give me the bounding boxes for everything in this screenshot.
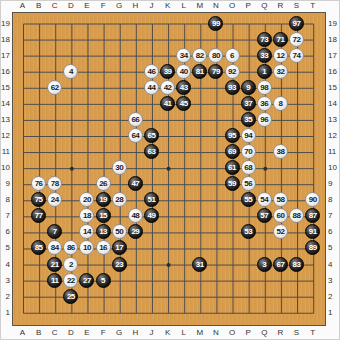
row-label-left: 10 — [1, 163, 10, 172]
column-label-top: R — [272, 1, 288, 10]
stone[interactable]: 39 — [160, 64, 175, 79]
row-label-left: 11 — [1, 147, 10, 156]
stone-move-number: 7 — [53, 227, 57, 236]
column-label-bottom: A — [15, 328, 31, 337]
column-label-bottom: M — [192, 328, 208, 337]
stone-move-number: 31 — [196, 259, 204, 268]
stone[interactable]: 47 — [128, 176, 143, 191]
stone-move-number: 64 — [131, 130, 139, 139]
stone[interactable]: 99 — [208, 16, 223, 31]
row-label-left: 7 — [1, 211, 10, 220]
stone[interactable]: 83 — [289, 257, 304, 272]
stone-move-number: 65 — [148, 130, 156, 139]
row-label-right: 13 — [328, 115, 340, 124]
stone-move-number: 42 — [164, 82, 172, 91]
column-label-bottom: E — [79, 328, 95, 337]
stone[interactable]: 62 — [47, 80, 62, 95]
column-label-top: A — [15, 1, 31, 10]
stone-move-number: 46 — [148, 66, 156, 75]
stone[interactable]: 93 — [225, 80, 240, 95]
stone-move-number: 16 — [99, 243, 107, 252]
stone-move-number: 34 — [180, 50, 188, 59]
column-label-top: C — [47, 1, 63, 10]
stone[interactable]: 82 — [192, 48, 207, 63]
stone[interactable]: 59 — [225, 176, 240, 191]
row-label-right: 1 — [328, 308, 340, 317]
stone[interactable]: 45 — [176, 96, 191, 111]
stone[interactable]: 61 — [225, 160, 240, 175]
stone-move-number: 92 — [228, 66, 236, 75]
column-label-top: O — [224, 1, 240, 10]
row-label-left: 9 — [1, 179, 10, 188]
column-label-top: P — [240, 1, 256, 10]
stone-move-number: 69 — [228, 147, 236, 156]
row-label-right: 3 — [328, 276, 340, 285]
stone[interactable]: 65 — [144, 128, 159, 143]
column-label-bottom: S — [289, 328, 305, 337]
stone-move-number: 87 — [309, 211, 317, 220]
stone-move-number: 51 — [148, 195, 156, 204]
stone[interactable]: 26 — [96, 176, 111, 191]
stone-move-number: 73 — [260, 34, 268, 43]
row-label-right: 2 — [328, 292, 340, 301]
stone-move-number: 32 — [276, 66, 284, 75]
stone-move-number: 97 — [293, 18, 301, 27]
stone-move-number: 76 — [35, 179, 43, 188]
stone-move-number: 20 — [83, 195, 91, 204]
stone-move-number: 4 — [69, 66, 73, 75]
stone-move-number: 2 — [69, 259, 73, 268]
stone-move-number: 23 — [115, 259, 123, 268]
stone-move-number: 25 — [67, 291, 75, 300]
stone[interactable]: 16 — [96, 240, 111, 255]
column-label-bottom: D — [63, 328, 79, 337]
stone[interactable]: 95 — [225, 128, 240, 143]
stone-move-number: 37 — [244, 98, 252, 107]
stone-move-number: 39 — [164, 66, 172, 75]
stone-move-number: 72 — [293, 34, 301, 43]
stone-move-number: 40 — [180, 66, 188, 75]
column-label-bottom: O — [224, 328, 240, 337]
stone[interactable]: 69 — [225, 144, 240, 159]
stone-move-number: 83 — [293, 259, 301, 268]
stone[interactable]: 54 — [257, 192, 272, 207]
stone-move-number: 49 — [148, 211, 156, 220]
stone-move-number: 94 — [244, 130, 252, 139]
stone[interactable]: 36 — [257, 96, 272, 111]
stone-move-number: 98 — [260, 82, 268, 91]
stone[interactable]: 56 — [241, 176, 256, 191]
stone-move-number: 78 — [51, 179, 59, 188]
column-label-bottom: C — [47, 328, 63, 337]
stone[interactable]: 81 — [192, 64, 207, 79]
star-point — [70, 167, 74, 171]
stone-move-number: 93 — [228, 82, 236, 91]
stone-move-number: 27 — [83, 275, 91, 284]
stone[interactable]: 41 — [160, 96, 175, 111]
stone[interactable]: 31 — [192, 257, 207, 272]
row-label-right: 7 — [328, 211, 340, 220]
row-label-left: 4 — [1, 260, 10, 269]
stone[interactable]: 67 — [273, 257, 288, 272]
stone-move-number: 84 — [51, 243, 59, 252]
stone-move-number: 6 — [230, 50, 234, 59]
stone-move-number: 52 — [276, 227, 284, 236]
stone[interactable]: 40 — [176, 64, 191, 79]
stone-move-number: 68 — [244, 163, 252, 172]
stone-move-number: 81 — [196, 66, 204, 75]
stone[interactable]: 80 — [208, 48, 223, 63]
column-label-top: K — [160, 1, 176, 10]
stone-move-number: 47 — [131, 179, 139, 188]
stone-move-number: 43 — [180, 82, 188, 91]
stone-move-number: 10 — [83, 243, 91, 252]
stone[interactable]: 28 — [112, 192, 127, 207]
column-label-top: D — [63, 1, 79, 10]
column-label-top: S — [289, 1, 305, 10]
stone-move-number: 71 — [276, 34, 284, 43]
row-label-right: 5 — [328, 243, 340, 252]
stone-move-number: 59 — [228, 179, 236, 188]
stone-move-number: 70 — [244, 147, 252, 156]
stone-move-number: 35 — [244, 114, 252, 123]
stone-move-number: 62 — [51, 82, 59, 91]
stone-move-number: 13 — [99, 227, 107, 236]
stone[interactable]: 94 — [241, 128, 256, 143]
row-label-right: 8 — [328, 195, 340, 204]
stone[interactable]: 15 — [96, 208, 111, 223]
column-label-bottom: Q — [256, 328, 272, 337]
stone-move-number: 3 — [262, 259, 266, 268]
stone-move-number: 91 — [309, 227, 317, 236]
row-label-left: 5 — [1, 243, 10, 252]
column-label-bottom: R — [272, 328, 288, 337]
stone-move-number: 89 — [309, 243, 317, 252]
row-label-left: 6 — [1, 227, 10, 236]
stone[interactable]: 13 — [96, 224, 111, 239]
stone[interactable]: 6 — [225, 48, 240, 63]
stone[interactable]: 96 — [257, 112, 272, 127]
stone[interactable]: 74 — [289, 48, 304, 63]
row-label-right: 14 — [328, 99, 340, 108]
stone[interactable]: 72 — [289, 32, 304, 47]
stone-move-number: 90 — [309, 195, 317, 204]
row-label-left: 16 — [1, 67, 10, 76]
column-label-top: N — [208, 1, 224, 10]
stone-move-number: 99 — [212, 18, 220, 27]
stone[interactable]: 8 — [273, 96, 288, 111]
stone-move-number: 44 — [148, 82, 156, 91]
row-label-left: 15 — [1, 83, 10, 92]
stone[interactable]: 21 — [47, 257, 62, 272]
stone-move-number: 11 — [51, 275, 58, 284]
stone-move-number: 58 — [276, 195, 284, 204]
stone[interactable]: 19 — [96, 192, 111, 207]
column-label-top: H — [127, 1, 143, 10]
column-label-top: J — [143, 1, 159, 10]
stone-move-number: 63 — [148, 147, 156, 156]
stone[interactable]: 97 — [289, 16, 304, 31]
stone-move-number: 61 — [228, 163, 236, 172]
column-label-bottom: H — [127, 328, 143, 337]
star-point — [167, 263, 171, 267]
stone[interactable]: 37 — [241, 96, 256, 111]
stone-move-number: 79 — [212, 66, 220, 75]
row-label-left: 8 — [1, 195, 10, 204]
stone-move-number: 95 — [228, 130, 236, 139]
star-point — [167, 167, 171, 171]
stone[interactable]: 46 — [144, 64, 159, 79]
stone[interactable]: 98 — [257, 80, 272, 95]
stone-move-number: 17 — [115, 243, 123, 252]
stone-move-number: 21 — [51, 259, 59, 268]
stone[interactable]: 92 — [225, 64, 240, 79]
stone[interactable]: 30 — [112, 160, 127, 175]
go-diagram: AABBCCDDEEFFGGHHJJKKLLMMNNOOPPQQRRSSTT19… — [0, 0, 340, 340]
stone-move-number: 29 — [131, 227, 139, 236]
stone[interactable]: 32 — [273, 64, 288, 79]
stone[interactable]: 42 — [160, 80, 175, 95]
stone-move-number: 75 — [35, 195, 43, 204]
column-label-top: F — [95, 1, 111, 10]
column-label-bottom: K — [160, 328, 176, 337]
row-label-left: 18 — [1, 35, 10, 44]
column-label-bottom: F — [95, 328, 111, 337]
row-label-right: 4 — [328, 260, 340, 269]
stone-move-number: 56 — [244, 179, 252, 188]
stone-move-number: 86 — [67, 243, 75, 252]
column-label-bottom: J — [143, 328, 159, 337]
stone[interactable]: 70 — [241, 144, 256, 159]
stone-move-number: 66 — [131, 114, 139, 123]
column-label-bottom: L — [176, 328, 192, 337]
stone-move-number: 48 — [131, 211, 139, 220]
stone-move-number: 96 — [260, 114, 268, 123]
stone-move-number: 30 — [115, 163, 123, 172]
stone[interactable]: 34 — [176, 48, 191, 63]
column-label-top: Q — [256, 1, 272, 10]
stone-move-number: 33 — [260, 50, 268, 59]
stone[interactable]: 25 — [63, 289, 78, 304]
stone[interactable]: 43 — [176, 80, 191, 95]
column-label-top: B — [31, 1, 47, 10]
stone[interactable]: 1 — [257, 64, 272, 79]
stone-move-number: 77 — [35, 211, 43, 220]
stone-move-number: 38 — [276, 147, 284, 156]
row-label-right: 10 — [328, 163, 340, 172]
stone-move-number: 54 — [260, 195, 268, 204]
stone[interactable]: 73 — [257, 32, 272, 47]
row-label-left: 3 — [1, 276, 10, 285]
stone[interactable]: 5 — [96, 273, 111, 288]
stone-move-number: 22 — [67, 275, 75, 284]
stone-move-number: 82 — [196, 50, 204, 59]
row-label-left: 17 — [1, 51, 10, 60]
stone[interactable]: 22 — [63, 273, 78, 288]
stone-move-number: 53 — [244, 227, 252, 236]
column-label-top: G — [111, 1, 127, 10]
stone[interactable]: 12 — [273, 48, 288, 63]
row-label-right: 15 — [328, 83, 340, 92]
row-label-right: 18 — [328, 35, 340, 44]
stone-move-number: 9 — [246, 82, 250, 91]
stone-move-number: 60 — [276, 211, 284, 220]
stone-move-number: 28 — [115, 195, 123, 204]
row-label-right: 16 — [328, 67, 340, 76]
stone[interactable]: 53 — [241, 224, 256, 239]
row-label-left: 2 — [1, 292, 10, 301]
stone-move-number: 26 — [99, 179, 107, 188]
column-label-bottom: T — [305, 328, 321, 337]
column-label-top: M — [192, 1, 208, 10]
row-label-right: 6 — [328, 227, 340, 236]
row-label-left: 13 — [1, 115, 10, 124]
stone-move-number: 8 — [278, 98, 282, 107]
stone[interactable]: 71 — [273, 32, 288, 47]
stone[interactable]: 38 — [273, 144, 288, 159]
stone-move-number: 19 — [99, 195, 107, 204]
stone[interactable]: 66 — [128, 112, 143, 127]
stone-move-number: 50 — [115, 227, 123, 236]
stone-move-number: 74 — [293, 50, 301, 59]
stone-move-number: 1 — [262, 66, 266, 75]
column-label-bottom: P — [240, 328, 256, 337]
stone-move-number: 88 — [293, 211, 301, 220]
stone-move-number: 18 — [83, 211, 91, 220]
stone[interactable]: 55 — [241, 192, 256, 207]
stone-move-number: 55 — [244, 195, 252, 204]
stone-move-number: 41 — [164, 98, 172, 107]
stone[interactable]: 4 — [63, 64, 78, 79]
stone[interactable]: 3 — [257, 257, 272, 272]
row-label-right: 17 — [328, 51, 340, 60]
stone-move-number: 5 — [101, 275, 105, 284]
column-label-bottom: G — [111, 328, 127, 337]
stone[interactable]: 11 — [47, 273, 62, 288]
row-label-left: 14 — [1, 99, 10, 108]
stone-move-number: 85 — [35, 243, 43, 252]
row-label-left: 12 — [1, 131, 10, 140]
row-label-left: 19 — [1, 19, 10, 28]
star-point — [263, 167, 267, 171]
stone[interactable]: 64 — [128, 128, 143, 143]
row-label-right: 19 — [328, 19, 340, 28]
stone-move-number: 80 — [212, 50, 220, 59]
row-label-left: 1 — [1, 308, 10, 317]
row-label-right: 9 — [328, 179, 340, 188]
stone-move-number: 14 — [83, 227, 91, 236]
stone-move-number: 36 — [260, 98, 268, 107]
row-label-right: 11 — [328, 147, 340, 156]
stone[interactable]: 23 — [112, 257, 127, 272]
stone[interactable]: 9 — [241, 80, 256, 95]
row-label-right: 12 — [328, 131, 340, 140]
stone-move-number: 57 — [260, 211, 268, 220]
stone-move-number: 12 — [276, 50, 284, 59]
stone[interactable]: 44 — [144, 80, 159, 95]
column-label-top: E — [79, 1, 95, 10]
column-label-top: L — [176, 1, 192, 10]
stone[interactable]: 2 — [63, 257, 78, 272]
stone[interactable]: 35 — [241, 112, 256, 127]
stone-move-number: 67 — [276, 259, 284, 268]
stone[interactable]: 33 — [257, 48, 272, 63]
stone-move-number: 15 — [99, 211, 107, 220]
stone[interactable]: 68 — [241, 160, 256, 175]
column-label-bottom: B — [31, 328, 47, 337]
column-label-top: T — [305, 1, 321, 10]
stone-move-number: 45 — [180, 98, 188, 107]
stone-move-number: 24 — [51, 195, 59, 204]
column-label-bottom: N — [208, 328, 224, 337]
stone[interactable]: 63 — [144, 144, 159, 159]
